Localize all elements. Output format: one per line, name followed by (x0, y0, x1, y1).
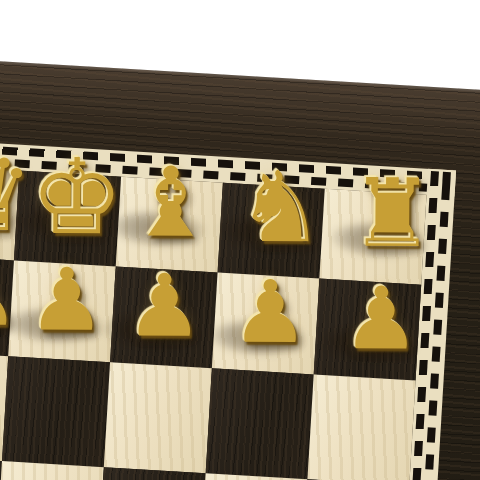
pawn-e2: ♟ (26, 254, 108, 344)
knight-glyph: ♞ (236, 158, 325, 257)
square-e3 (2, 356, 110, 467)
rook-glyph: ♜ (350, 167, 435, 262)
knight-g1: ♞ (234, 156, 328, 259)
pawn-glyph: ♟ (231, 268, 309, 355)
pawn-h2: ♟ (340, 273, 422, 363)
rook-h1: ♜ (348, 164, 438, 263)
pawn-glyph: ♟ (28, 256, 106, 343)
square-h3 (307, 374, 415, 480)
bishop-f1: ♝ (125, 152, 217, 253)
chessboard-photo: ♛♚♝♞♜♟♟♟♟♟ (0, 0, 480, 480)
chessboard: ♛♚♝♞♜♟♟♟♟♟ (0, 52, 480, 480)
pawn-g2: ♟ (229, 267, 311, 357)
bishop-glyph: ♝ (127, 154, 214, 251)
pawn-glyph: ♟ (342, 275, 420, 362)
square-g3 (206, 368, 314, 479)
pawn-glyph: ♟ (126, 262, 204, 349)
pawn-f2: ♟ (123, 260, 205, 350)
square-f3 (104, 362, 212, 473)
